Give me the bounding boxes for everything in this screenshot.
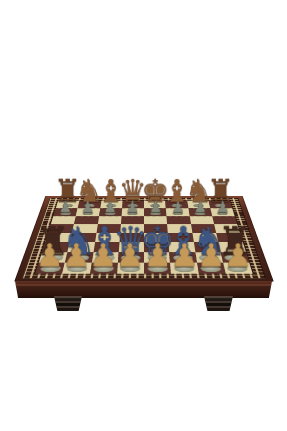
square-f7[interactable]: ♟ [166,208,189,216]
square-g7[interactable]: ♟ [188,208,212,216]
square-f1[interactable]: ♟ [170,263,198,274]
square-c1[interactable]: ♟ [89,263,117,274]
piece-near-pawn-c1[interactable]: ♟ [89,240,118,272]
chessboard[interactable]: ♜♞♝♛♚♝♞♜♟♟♟♟♟♟♟♟♜♞♝♛♚♝♞♜♟♟♟♟♟♟♟♟ [34,201,254,275]
board-apron [15,281,272,298]
square-h1[interactable]: ♟ [222,263,252,274]
piece-far-pawn-c7[interactable]: ♟ [103,200,117,215]
piece-far-pawn-b7[interactable]: ♟ [80,200,94,215]
piece-far-pawn-h7[interactable]: ♟ [216,200,230,215]
piece-near-pawn-d1[interactable]: ♟ [116,240,145,272]
square-d1[interactable]: ♟ [116,263,143,274]
square-a7[interactable]: ♟ [53,208,77,216]
square-e7[interactable]: ♟ [144,208,167,216]
square-g1[interactable]: ♟ [196,263,225,274]
square-a1[interactable]: ♟ [35,263,65,274]
square-d7[interactable]: ♟ [121,208,144,216]
piece-near-pawn-a1[interactable]: ♟ [35,240,64,272]
piece-far-pawn-f7[interactable]: ♟ [171,200,185,215]
product-photo-canvas: ♜♞♝♛♚♝♞♜♟♟♟♟♟♟♟♟♜♞♝♛♚♝♞♜♟♟♟♟♟♟♟♟ [0,0,287,431]
piece-near-pawn-f1[interactable]: ♟ [170,240,199,272]
piece-far-pawn-d7[interactable]: ♟ [125,200,139,215]
board-scene: ♜♞♝♛♚♝♞♜♟♟♟♟♟♟♟♟♜♞♝♛♚♝♞♜♟♟♟♟♟♟♟♟ [31,121,255,345]
piece-far-pawn-e7[interactable]: ♟ [148,200,162,215]
board-foot-left [54,296,82,311]
square-b1[interactable]: ♟ [62,263,91,274]
piece-near-pawn-h1[interactable]: ♟ [224,240,253,272]
board-frame: ♜♞♝♛♚♝♞♜♟♟♟♟♟♟♟♟♜♞♝♛♚♝♞♜♟♟♟♟♟♟♟♟ [14,196,274,282]
board-tilt: ♜♞♝♛♚♝♞♜♟♟♟♟♟♟♟♟♜♞♝♛♚♝♞♜♟♟♟♟♟♟♟♟ [14,196,274,282]
square-h7[interactable]: ♟ [210,208,234,216]
board-foot-right [204,296,233,311]
piece-near-pawn-e1[interactable]: ♟ [143,240,172,272]
square-e1[interactable]: ♟ [144,263,171,274]
square-c7[interactable]: ♟ [98,208,121,216]
piece-far-pawn-g7[interactable]: ♟ [193,200,207,215]
piece-near-pawn-g1[interactable]: ♟ [197,240,226,272]
square-b7[interactable]: ♟ [76,208,100,216]
piece-far-pawn-a7[interactable]: ♟ [58,200,72,215]
piece-near-pawn-b1[interactable]: ♟ [62,240,91,272]
